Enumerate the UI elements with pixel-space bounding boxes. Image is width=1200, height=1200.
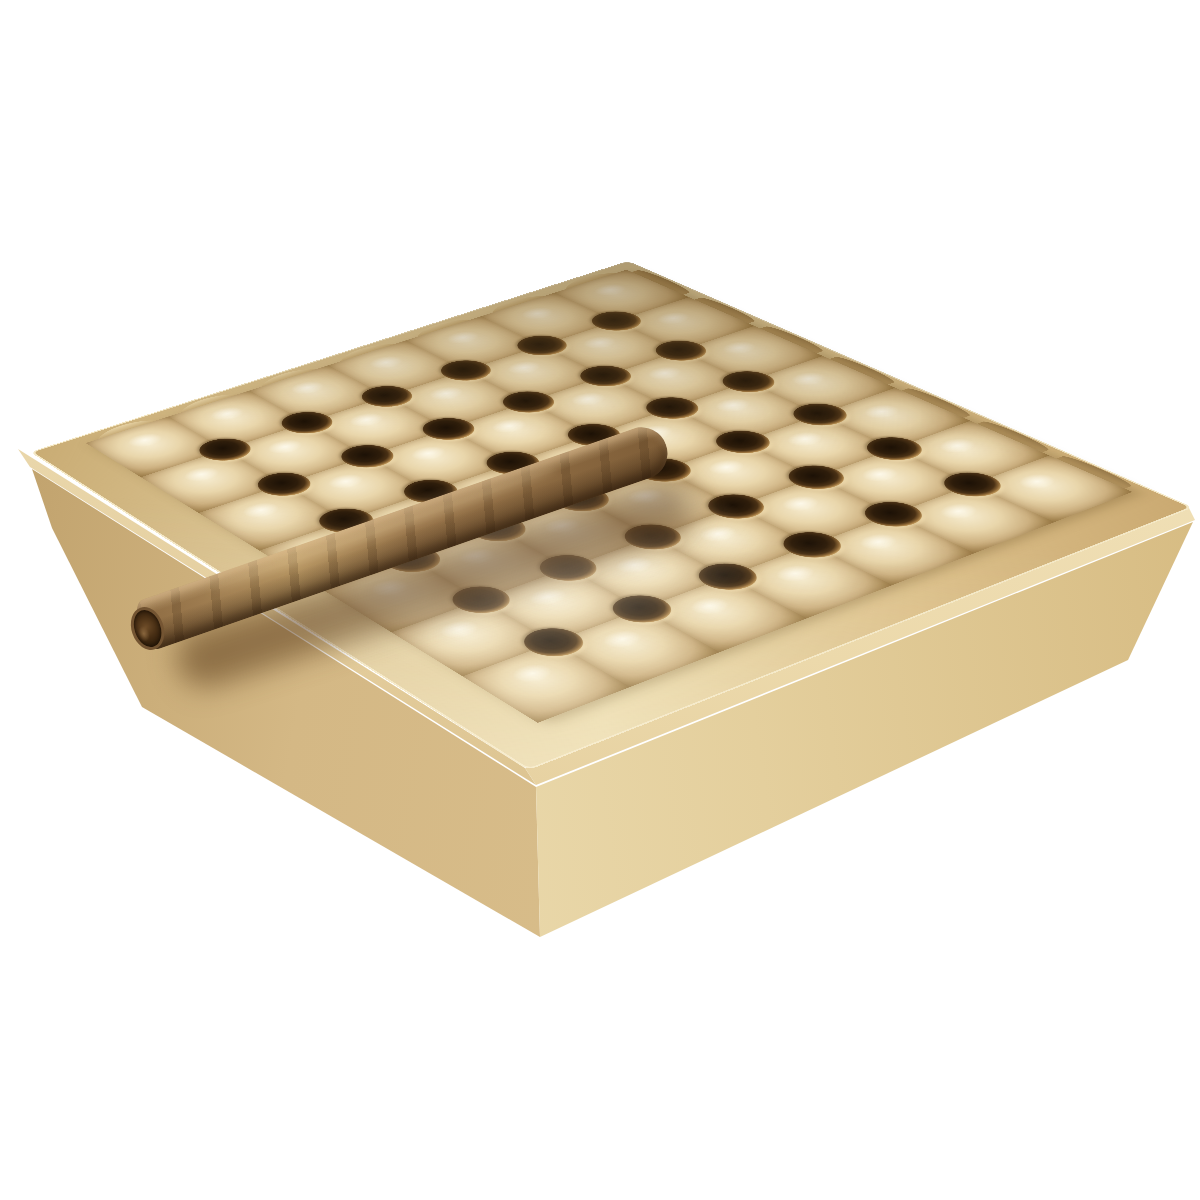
product-photo-stage <box>0 0 1200 1200</box>
